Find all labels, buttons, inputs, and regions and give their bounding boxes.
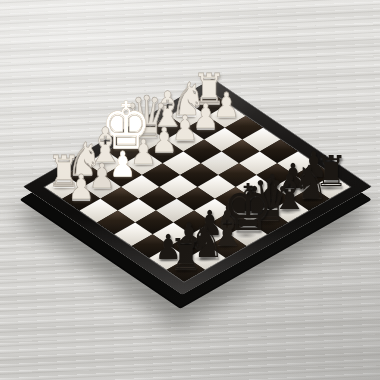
chess-board-grid: ♜♟♟♜♞♟♟♞♝♟♟♝♛♟♟♛♚♟♟♚♝♟♟♝♞♟♟♞♜♟♟♜	[45, 92, 350, 281]
board-square[interactable]: ♜	[167, 258, 205, 282]
product-photo-scene: ♜♟♟♜♞♟♟♞♝♟♟♝♛♟♟♛♚♟♟♚♝♟♟♝♞♟♟♞♜♟♟♜	[0, 0, 380, 380]
chess-board: ♜♟♟♜♞♟♟♞♝♟♟♝♛♟♟♛♚♟♟♚♝♟♟♝♞♟♟♞♜♟♟♜	[23, 78, 372, 295]
white-pawn-icon: ♟	[36, 170, 126, 204]
black-rook-icon: ♜	[141, 233, 231, 276]
